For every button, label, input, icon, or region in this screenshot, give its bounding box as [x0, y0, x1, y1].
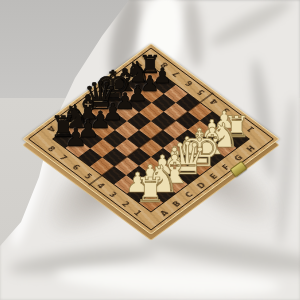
black-pawn[interactable]: ♟	[65, 126, 87, 151]
cloth-fold	[54, 262, 280, 300]
cloth-fold	[273, 96, 299, 247]
white-rook[interactable]: ♜	[135, 173, 166, 207]
piece-glyph: ♜	[135, 170, 166, 210]
cloth-fold	[182, 0, 205, 69]
scene: AA11BB22CC33DD44EE55FF66GG77HH88 ♜♞♝♛♚♝♞…	[0, 0, 300, 300]
cloth-fold	[206, 0, 296, 53]
piece-glyph: ♟	[65, 123, 87, 152]
